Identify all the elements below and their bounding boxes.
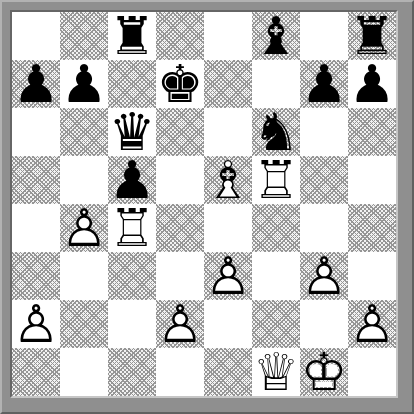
square-g6[interactable]	[300, 108, 348, 156]
square-f5[interactable]: ♜♖	[252, 156, 300, 204]
square-e1[interactable]	[204, 348, 252, 396]
square-d1[interactable]	[156, 348, 204, 396]
white-pawn-icon: ♙	[204, 252, 252, 300]
square-a3[interactable]	[12, 252, 60, 300]
square-a2[interactable]: ♟♙	[12, 300, 60, 348]
piece-white-king[interactable]: ♚♔	[300, 348, 348, 396]
square-g2[interactable]	[300, 300, 348, 348]
piece-white-pawn[interactable]: ♟♙	[204, 252, 252, 300]
piece-white-pawn[interactable]: ♟♙	[12, 300, 60, 348]
square-c2[interactable]	[108, 300, 156, 348]
piece-black-queen[interactable]: ♛	[108, 108, 156, 156]
square-f4[interactable]	[252, 204, 300, 252]
square-h3[interactable]	[348, 252, 396, 300]
square-b3[interactable]	[60, 252, 108, 300]
white-rook-icon: ♖	[108, 204, 156, 252]
piece-white-rook[interactable]: ♜♖	[108, 204, 156, 252]
square-h2[interactable]: ♟♙	[348, 300, 396, 348]
square-e7[interactable]	[204, 60, 252, 108]
white-pawn-icon: ♙	[156, 300, 204, 348]
square-e2[interactable]	[204, 300, 252, 348]
square-d5[interactable]	[156, 156, 204, 204]
white-pawn-icon: ♙	[12, 300, 60, 348]
piece-white-pawn[interactable]: ♟♙	[300, 252, 348, 300]
square-b8[interactable]	[60, 12, 108, 60]
black-rook-icon: ♜	[108, 12, 156, 60]
piece-black-rook[interactable]: ♜	[108, 12, 156, 60]
square-e4[interactable]	[204, 204, 252, 252]
square-f7[interactable]	[252, 60, 300, 108]
black-pawn-icon: ♟	[348, 60, 396, 108]
square-h6[interactable]	[348, 108, 396, 156]
piece-white-rook[interactable]: ♜♖	[252, 156, 300, 204]
square-g7[interactable]: ♟	[300, 60, 348, 108]
black-king-icon: ♚	[156, 60, 204, 108]
white-pawn-icon: ♙	[300, 252, 348, 300]
piece-white-pawn[interactable]: ♟♙	[348, 300, 396, 348]
square-g5[interactable]	[300, 156, 348, 204]
black-rook-icon: ♜	[348, 12, 396, 60]
square-d6[interactable]	[156, 108, 204, 156]
piece-black-pawn[interactable]: ♟	[300, 60, 348, 108]
square-h4[interactable]	[348, 204, 396, 252]
square-b6[interactable]	[60, 108, 108, 156]
piece-black-king[interactable]: ♚	[156, 60, 204, 108]
square-b7[interactable]: ♟	[60, 60, 108, 108]
square-c6[interactable]: ♛	[108, 108, 156, 156]
white-queen-icon: ♕	[252, 348, 300, 396]
piece-white-pawn[interactable]: ♟♙	[156, 300, 204, 348]
piece-white-pawn[interactable]: ♟♙	[60, 204, 108, 252]
square-c7[interactable]	[108, 60, 156, 108]
square-f1[interactable]: ♛♕	[252, 348, 300, 396]
square-a8[interactable]	[12, 12, 60, 60]
white-bishop-icon: ♗	[204, 156, 252, 204]
white-rook-icon: ♖	[252, 156, 300, 204]
square-g1[interactable]: ♚♔	[300, 348, 348, 396]
square-b2[interactable]	[60, 300, 108, 348]
square-e3[interactable]: ♟♙	[204, 252, 252, 300]
square-a6[interactable]	[12, 108, 60, 156]
square-c1[interactable]	[108, 348, 156, 396]
square-c3[interactable]	[108, 252, 156, 300]
piece-black-pawn[interactable]: ♟	[348, 60, 396, 108]
piece-white-queen[interactable]: ♛♕	[252, 348, 300, 396]
square-h5[interactable]	[348, 156, 396, 204]
square-d7[interactable]: ♚	[156, 60, 204, 108]
white-pawn-icon: ♙	[348, 300, 396, 348]
white-king-icon: ♔	[300, 348, 348, 396]
black-pawn-icon: ♟	[60, 60, 108, 108]
piece-black-pawn[interactable]: ♟	[60, 60, 108, 108]
chess-board: ♜♝♜♟♟♚♟♟♛♞♟♝♗♜♖♟♙♜♖♟♙♟♙♟♙♟♙♟♙♛♕♚♔	[10, 10, 398, 398]
white-pawn-icon: ♙	[60, 204, 108, 252]
square-f8[interactable]: ♝	[252, 12, 300, 60]
square-b1[interactable]	[60, 348, 108, 396]
square-d4[interactable]	[156, 204, 204, 252]
piece-black-knight[interactable]: ♞	[252, 108, 300, 156]
square-a4[interactable]	[12, 204, 60, 252]
black-pawn-icon: ♟	[12, 60, 60, 108]
square-f2[interactable]	[252, 300, 300, 348]
square-h1[interactable]	[348, 348, 396, 396]
square-b5[interactable]	[60, 156, 108, 204]
piece-black-bishop[interactable]: ♝	[252, 12, 300, 60]
black-pawn-icon: ♟	[108, 156, 156, 204]
piece-black-rook[interactable]: ♜	[348, 12, 396, 60]
square-g3[interactable]: ♟♙	[300, 252, 348, 300]
square-d8[interactable]	[156, 12, 204, 60]
square-d2[interactable]: ♟♙	[156, 300, 204, 348]
square-e6[interactable]	[204, 108, 252, 156]
square-f6[interactable]: ♞	[252, 108, 300, 156]
square-g8[interactable]	[300, 12, 348, 60]
square-c5[interactable]: ♟	[108, 156, 156, 204]
square-h8[interactable]: ♜	[348, 12, 396, 60]
board-frame: ♜♝♜♟♟♚♟♟♛♞♟♝♗♜♖♟♙♜♖♟♙♟♙♟♙♟♙♟♙♛♕♚♔	[0, 0, 414, 414]
black-pawn-icon: ♟	[300, 60, 348, 108]
black-bishop-icon: ♝	[252, 12, 300, 60]
square-a7[interactable]: ♟	[12, 60, 60, 108]
piece-black-pawn[interactable]: ♟	[108, 156, 156, 204]
square-h7[interactable]: ♟	[348, 60, 396, 108]
square-f3[interactable]	[252, 252, 300, 300]
square-a5[interactable]	[12, 156, 60, 204]
black-queen-icon: ♛	[108, 108, 156, 156]
piece-white-bishop[interactable]: ♝♗	[204, 156, 252, 204]
square-d3[interactable]	[156, 252, 204, 300]
piece-black-pawn[interactable]: ♟	[12, 60, 60, 108]
square-b4[interactable]: ♟♙	[60, 204, 108, 252]
square-a1[interactable]	[12, 348, 60, 396]
square-c4[interactable]: ♜♖	[108, 204, 156, 252]
square-c8[interactable]: ♜	[108, 12, 156, 60]
square-g4[interactable]	[300, 204, 348, 252]
square-e8[interactable]	[204, 12, 252, 60]
square-e5[interactable]: ♝♗	[204, 156, 252, 204]
black-knight-icon: ♞	[252, 108, 300, 156]
